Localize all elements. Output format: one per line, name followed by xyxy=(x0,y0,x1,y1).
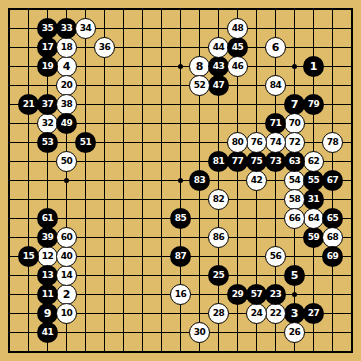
board-point[interactable] xyxy=(38,152,57,171)
stone-white-8[interactable]: 8 xyxy=(189,56,210,77)
stone-black-53[interactable]: 53 xyxy=(37,132,58,153)
stone-black-33[interactable]: 33 xyxy=(56,18,77,39)
board-point[interactable] xyxy=(19,133,38,152)
board-point[interactable] xyxy=(190,247,209,266)
board-point[interactable] xyxy=(304,342,323,361)
board-point[interactable] xyxy=(190,228,209,247)
board-point[interactable] xyxy=(342,133,361,152)
board-point[interactable] xyxy=(171,342,190,361)
board-point[interactable] xyxy=(323,304,342,323)
stone-black-73[interactable]: 73 xyxy=(265,151,286,172)
board-point[interactable] xyxy=(171,266,190,285)
board-point[interactable] xyxy=(114,285,133,304)
board-point[interactable] xyxy=(247,266,266,285)
board-point[interactable] xyxy=(190,114,209,133)
board-point[interactable] xyxy=(342,285,361,304)
board-point[interactable] xyxy=(114,114,133,133)
board-point[interactable] xyxy=(171,38,190,57)
board-point[interactable] xyxy=(266,209,285,228)
board-point[interactable] xyxy=(342,38,361,57)
stone-black-7[interactable]: 7 xyxy=(284,94,305,115)
stone-black-49[interactable]: 49 xyxy=(56,113,77,134)
board-point[interactable] xyxy=(133,38,152,57)
board-point[interactable] xyxy=(152,114,171,133)
board-point[interactable] xyxy=(285,0,304,19)
board-point[interactable] xyxy=(19,323,38,342)
board-point[interactable] xyxy=(247,57,266,76)
board-point[interactable] xyxy=(19,152,38,171)
board-point[interactable] xyxy=(152,209,171,228)
board-point[interactable] xyxy=(19,19,38,38)
board-point[interactable] xyxy=(95,228,114,247)
board-point[interactable] xyxy=(304,0,323,19)
board-point[interactable] xyxy=(152,285,171,304)
board-point[interactable] xyxy=(323,38,342,57)
stone-white-34[interactable]: 34 xyxy=(75,18,96,39)
board-point[interactable] xyxy=(190,152,209,171)
board-point[interactable] xyxy=(152,95,171,114)
board-point[interactable] xyxy=(0,190,19,209)
board-point[interactable] xyxy=(133,304,152,323)
board-point[interactable] xyxy=(228,266,247,285)
board-point[interactable] xyxy=(304,114,323,133)
board-point[interactable] xyxy=(76,209,95,228)
board-point[interactable] xyxy=(114,95,133,114)
board-point[interactable] xyxy=(114,76,133,95)
board-point[interactable] xyxy=(228,114,247,133)
board-point[interactable] xyxy=(266,323,285,342)
stone-black-59[interactable]: 59 xyxy=(303,227,324,248)
board-point[interactable] xyxy=(95,114,114,133)
board-point[interactable] xyxy=(228,76,247,95)
board-point[interactable] xyxy=(171,133,190,152)
board-point[interactable] xyxy=(95,133,114,152)
board-point[interactable] xyxy=(342,209,361,228)
stone-black-9[interactable]: 9 xyxy=(37,303,58,324)
board-point[interactable] xyxy=(0,323,19,342)
board-point[interactable] xyxy=(342,323,361,342)
board-point[interactable] xyxy=(285,38,304,57)
stone-white-16[interactable]: 16 xyxy=(170,284,191,305)
board-point[interactable] xyxy=(57,209,76,228)
board-point[interactable] xyxy=(171,19,190,38)
board-point[interactable] xyxy=(228,190,247,209)
board-point[interactable] xyxy=(76,0,95,19)
board-point[interactable] xyxy=(342,171,361,190)
board-point[interactable] xyxy=(19,209,38,228)
board-point[interactable] xyxy=(285,76,304,95)
board-point[interactable] xyxy=(57,342,76,361)
board-point[interactable] xyxy=(152,171,171,190)
board-point[interactable] xyxy=(133,228,152,247)
board-point[interactable] xyxy=(38,342,57,361)
board-point[interactable] xyxy=(76,152,95,171)
board-point[interactable] xyxy=(228,95,247,114)
board-point[interactable] xyxy=(76,228,95,247)
board-point[interactable] xyxy=(0,304,19,323)
board-point[interactable] xyxy=(285,342,304,361)
stone-black-19[interactable]: 19 xyxy=(37,56,58,77)
board-point[interactable] xyxy=(133,323,152,342)
stone-black-1[interactable]: 1 xyxy=(303,56,324,77)
board-point[interactable] xyxy=(76,304,95,323)
board-point[interactable] xyxy=(190,95,209,114)
board-point[interactable] xyxy=(190,285,209,304)
board-point[interactable] xyxy=(247,19,266,38)
board-point[interactable] xyxy=(209,95,228,114)
board-point[interactable] xyxy=(304,133,323,152)
board-point[interactable] xyxy=(171,95,190,114)
board-point[interactable] xyxy=(76,38,95,57)
board-point[interactable] xyxy=(114,323,133,342)
board-point[interactable] xyxy=(304,285,323,304)
board-point[interactable] xyxy=(95,152,114,171)
stone-white-28[interactable]: 28 xyxy=(208,303,229,324)
board-point[interactable] xyxy=(171,228,190,247)
board-point[interactable] xyxy=(171,114,190,133)
board-point[interactable] xyxy=(95,323,114,342)
stone-white-74[interactable]: 74 xyxy=(265,132,286,153)
board-point[interactable] xyxy=(342,247,361,266)
board-point[interactable] xyxy=(152,247,171,266)
board-point[interactable] xyxy=(209,323,228,342)
board-point[interactable] xyxy=(171,323,190,342)
stone-white-36[interactable]: 36 xyxy=(94,37,115,58)
board-point[interactable] xyxy=(247,114,266,133)
board-point[interactable] xyxy=(152,19,171,38)
stone-black-37[interactable]: 37 xyxy=(37,94,58,115)
board-point[interactable] xyxy=(76,342,95,361)
board-point[interactable] xyxy=(0,171,19,190)
board-point[interactable] xyxy=(76,323,95,342)
board-point[interactable] xyxy=(57,323,76,342)
board-point[interactable] xyxy=(323,76,342,95)
board-point[interactable] xyxy=(209,285,228,304)
board-point[interactable] xyxy=(57,133,76,152)
board-point[interactable] xyxy=(133,285,152,304)
go-board[interactable]: 1234567891011121314151617181920212223242… xyxy=(0,0,361,361)
board-point[interactable] xyxy=(133,95,152,114)
stone-black-43[interactable]: 43 xyxy=(208,56,229,77)
stone-black-29[interactable]: 29 xyxy=(227,284,248,305)
board-point[interactable] xyxy=(323,95,342,114)
board-point[interactable] xyxy=(266,171,285,190)
board-point[interactable] xyxy=(76,114,95,133)
board-point[interactable] xyxy=(190,133,209,152)
board-point[interactable] xyxy=(0,247,19,266)
board-point[interactable] xyxy=(266,95,285,114)
board-point[interactable] xyxy=(247,76,266,95)
board-point[interactable] xyxy=(57,0,76,19)
board-point[interactable] xyxy=(247,228,266,247)
board-point[interactable] xyxy=(76,247,95,266)
board-point[interactable] xyxy=(152,342,171,361)
stone-white-66[interactable]: 66 xyxy=(284,208,305,229)
board-point[interactable] xyxy=(247,209,266,228)
board-point[interactable] xyxy=(228,228,247,247)
board-point[interactable] xyxy=(247,190,266,209)
board-point[interactable] xyxy=(247,342,266,361)
board-point[interactable] xyxy=(266,19,285,38)
board-point[interactable] xyxy=(190,304,209,323)
board-point[interactable] xyxy=(114,57,133,76)
board-point[interactable] xyxy=(209,247,228,266)
board-point[interactable] xyxy=(190,266,209,285)
board-point[interactable] xyxy=(114,133,133,152)
board-point[interactable] xyxy=(133,76,152,95)
board-point[interactable] xyxy=(209,19,228,38)
stone-white-40[interactable]: 40 xyxy=(56,246,77,267)
board-point[interactable] xyxy=(19,342,38,361)
stone-white-84[interactable]: 84 xyxy=(265,75,286,96)
board-point[interactable] xyxy=(19,0,38,19)
board-point[interactable] xyxy=(266,342,285,361)
board-point[interactable] xyxy=(133,0,152,19)
board-point[interactable] xyxy=(0,152,19,171)
board-point[interactable] xyxy=(95,247,114,266)
board-point[interactable] xyxy=(114,209,133,228)
board-point[interactable] xyxy=(209,114,228,133)
board-point[interactable] xyxy=(304,266,323,285)
stone-white-70[interactable]: 70 xyxy=(284,113,305,134)
board-point[interactable] xyxy=(114,0,133,19)
board-point[interactable] xyxy=(19,304,38,323)
board-point[interactable] xyxy=(133,342,152,361)
stone-black-47[interactable]: 47 xyxy=(208,75,229,96)
board-point[interactable] xyxy=(323,266,342,285)
stone-black-79[interactable]: 79 xyxy=(303,94,324,115)
board-point[interactable] xyxy=(0,266,19,285)
board-point[interactable] xyxy=(0,209,19,228)
board-point[interactable] xyxy=(304,76,323,95)
board-point[interactable] xyxy=(114,342,133,361)
board-point[interactable] xyxy=(19,57,38,76)
stone-white-24[interactable]: 24 xyxy=(246,303,267,324)
board-point[interactable] xyxy=(266,266,285,285)
stone-black-11[interactable]: 11 xyxy=(37,284,58,305)
board-point[interactable] xyxy=(152,0,171,19)
board-point[interactable] xyxy=(304,19,323,38)
board-point[interactable] xyxy=(95,342,114,361)
board-point[interactable] xyxy=(323,114,342,133)
stone-white-26[interactable]: 26 xyxy=(284,322,305,343)
stone-white-30[interactable]: 30 xyxy=(189,322,210,343)
board-point[interactable] xyxy=(0,0,19,19)
stone-white-82[interactable]: 82 xyxy=(208,189,229,210)
board-point[interactable] xyxy=(19,285,38,304)
board-point[interactable] xyxy=(342,95,361,114)
board-point[interactable] xyxy=(323,152,342,171)
board-point[interactable] xyxy=(304,323,323,342)
board-point[interactable] xyxy=(95,304,114,323)
board-point[interactable] xyxy=(133,247,152,266)
stone-white-56[interactable]: 56 xyxy=(265,246,286,267)
board-point[interactable] xyxy=(228,304,247,323)
board-point[interactable] xyxy=(95,190,114,209)
board-point[interactable] xyxy=(266,57,285,76)
board-point[interactable] xyxy=(19,228,38,247)
stone-black-71[interactable]: 71 xyxy=(265,113,286,134)
board-point[interactable] xyxy=(342,228,361,247)
board-point[interactable] xyxy=(342,57,361,76)
board-point[interactable] xyxy=(133,190,152,209)
board-point[interactable] xyxy=(0,57,19,76)
stone-black-51[interactable]: 51 xyxy=(75,132,96,153)
board-point[interactable] xyxy=(57,190,76,209)
board-point[interactable] xyxy=(38,0,57,19)
board-point[interactable] xyxy=(247,247,266,266)
stone-white-68[interactable]: 68 xyxy=(322,227,343,248)
stone-white-46[interactable]: 46 xyxy=(227,56,248,77)
board-point[interactable] xyxy=(228,209,247,228)
board-point[interactable] xyxy=(76,95,95,114)
board-point[interactable] xyxy=(0,228,19,247)
stone-black-15[interactable]: 15 xyxy=(18,246,39,267)
board-point[interactable] xyxy=(247,95,266,114)
board-point[interactable] xyxy=(0,342,19,361)
board-point[interactable] xyxy=(342,114,361,133)
board-point[interactable] xyxy=(95,76,114,95)
stone-black-31[interactable]: 31 xyxy=(303,189,324,210)
stone-black-65[interactable]: 65 xyxy=(322,208,343,229)
stone-black-23[interactable]: 23 xyxy=(265,284,286,305)
board-point[interactable] xyxy=(133,57,152,76)
stone-white-2[interactable]: 2 xyxy=(56,284,77,305)
stone-black-45[interactable]: 45 xyxy=(227,37,248,58)
stone-white-52[interactable]: 52 xyxy=(189,75,210,96)
board-point[interactable] xyxy=(95,209,114,228)
stone-black-83[interactable]: 83 xyxy=(189,170,210,191)
board-point[interactable] xyxy=(133,152,152,171)
stone-white-6[interactable]: 6 xyxy=(265,37,286,58)
stone-white-10[interactable]: 10 xyxy=(56,303,77,324)
board-point[interactable] xyxy=(38,190,57,209)
board-point[interactable] xyxy=(0,76,19,95)
board-point[interactable] xyxy=(323,19,342,38)
stone-black-27[interactable]: 27 xyxy=(303,303,324,324)
board-point[interactable] xyxy=(0,19,19,38)
board-point[interactable] xyxy=(342,266,361,285)
stone-white-80[interactable]: 80 xyxy=(227,132,248,153)
stone-black-75[interactable]: 75 xyxy=(246,151,267,172)
stone-black-21[interactable]: 21 xyxy=(18,94,39,115)
board-point[interactable] xyxy=(323,57,342,76)
board-point[interactable] xyxy=(342,152,361,171)
board-point[interactable] xyxy=(152,304,171,323)
board-point[interactable] xyxy=(114,247,133,266)
board-point[interactable] xyxy=(285,19,304,38)
stone-black-35[interactable]: 35 xyxy=(37,18,58,39)
board-point[interactable] xyxy=(209,0,228,19)
board-point[interactable] xyxy=(266,190,285,209)
board-point[interactable] xyxy=(209,209,228,228)
stone-black-69[interactable]: 69 xyxy=(322,246,343,267)
board-point[interactable] xyxy=(133,209,152,228)
board-point[interactable] xyxy=(323,323,342,342)
stone-black-81[interactable]: 81 xyxy=(208,151,229,172)
board-point[interactable] xyxy=(323,0,342,19)
board-point[interactable] xyxy=(76,171,95,190)
stone-white-20[interactable]: 20 xyxy=(56,75,77,96)
stone-black-77[interactable]: 77 xyxy=(227,151,248,172)
board-point[interactable] xyxy=(38,171,57,190)
board-point[interactable] xyxy=(95,95,114,114)
stone-white-18[interactable]: 18 xyxy=(56,37,77,58)
board-point[interactable] xyxy=(133,266,152,285)
stone-black-57[interactable]: 57 xyxy=(246,284,267,305)
board-point[interactable] xyxy=(152,57,171,76)
board-point[interactable] xyxy=(209,342,228,361)
stone-black-41[interactable]: 41 xyxy=(37,322,58,343)
board-point[interactable] xyxy=(171,152,190,171)
board-point[interactable] xyxy=(285,228,304,247)
board-point[interactable] xyxy=(76,57,95,76)
board-point[interactable] xyxy=(19,171,38,190)
board-point[interactable] xyxy=(171,190,190,209)
board-point[interactable] xyxy=(285,247,304,266)
board-point[interactable] xyxy=(95,285,114,304)
stone-white-14[interactable]: 14 xyxy=(56,265,77,286)
board-point[interactable] xyxy=(95,19,114,38)
board-point[interactable] xyxy=(0,285,19,304)
board-point[interactable] xyxy=(190,190,209,209)
board-point[interactable] xyxy=(171,304,190,323)
board-point[interactable] xyxy=(152,266,171,285)
board-point[interactable] xyxy=(152,152,171,171)
board-point[interactable] xyxy=(190,38,209,57)
stone-white-48[interactable]: 48 xyxy=(227,18,248,39)
stone-white-86[interactable]: 86 xyxy=(208,227,229,248)
stone-white-78[interactable]: 78 xyxy=(322,132,343,153)
board-point[interactable] xyxy=(0,114,19,133)
board-point[interactable] xyxy=(190,209,209,228)
board-point[interactable] xyxy=(95,171,114,190)
stone-black-85[interactable]: 85 xyxy=(170,208,191,229)
board-point[interactable] xyxy=(323,190,342,209)
board-point[interactable] xyxy=(228,0,247,19)
stone-black-25[interactable]: 25 xyxy=(208,265,229,286)
board-point[interactable] xyxy=(304,38,323,57)
board-point[interactable] xyxy=(342,304,361,323)
board-point[interactable] xyxy=(152,190,171,209)
board-point[interactable] xyxy=(342,76,361,95)
board-point[interactable] xyxy=(0,133,19,152)
board-point[interactable] xyxy=(171,76,190,95)
board-point[interactable] xyxy=(342,19,361,38)
stone-white-64[interactable]: 64 xyxy=(303,208,324,229)
board-point[interactable] xyxy=(323,342,342,361)
board-point[interactable] xyxy=(171,0,190,19)
stone-white-60[interactable]: 60 xyxy=(56,227,77,248)
board-point[interactable] xyxy=(133,133,152,152)
board-point[interactable] xyxy=(114,171,133,190)
board-point[interactable] xyxy=(304,247,323,266)
board-point[interactable] xyxy=(19,190,38,209)
board-point[interactable] xyxy=(133,19,152,38)
stone-black-55[interactable]: 55 xyxy=(303,170,324,191)
stone-white-42[interactable]: 42 xyxy=(246,170,267,191)
board-point[interactable] xyxy=(190,0,209,19)
board-point[interactable] xyxy=(0,95,19,114)
board-point[interactable] xyxy=(247,0,266,19)
board-point[interactable] xyxy=(152,228,171,247)
stone-white-54[interactable]: 54 xyxy=(284,170,305,191)
board-point[interactable] xyxy=(114,152,133,171)
board-point[interactable] xyxy=(114,228,133,247)
board-point[interactable] xyxy=(190,342,209,361)
board-point[interactable] xyxy=(209,171,228,190)
board-point[interactable] xyxy=(190,19,209,38)
